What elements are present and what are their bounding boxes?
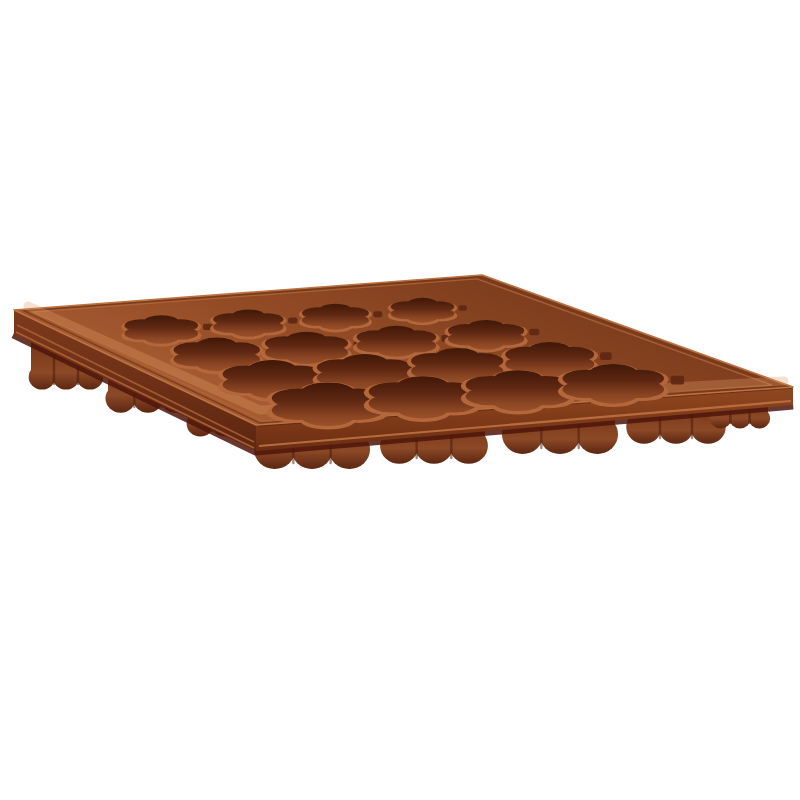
cavity-notch <box>373 311 382 317</box>
cavity-notch <box>671 376 684 385</box>
cavity-notch <box>459 305 467 311</box>
cavity-notch <box>288 317 297 323</box>
chocolate-mold-photo <box>0 0 800 800</box>
cavity-notch <box>529 329 539 336</box>
cavity-notch <box>600 352 612 360</box>
product-photo-stage <box>0 0 800 800</box>
